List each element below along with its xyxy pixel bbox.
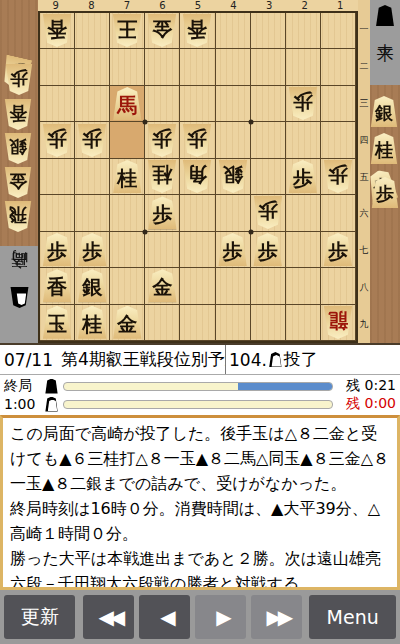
- square-3四: [251, 122, 286, 158]
- gote-piece-歩: 歩: [323, 160, 353, 193]
- square-9九: 玉: [40, 305, 75, 341]
- rank-label-6: 六: [358, 195, 370, 232]
- sente-piece-icon: [376, 5, 395, 26]
- clock-panel: 終局 残 0:21 1:00 残 0:00: [0, 375, 400, 415]
- sente-player-panel: 大平: [370, 0, 400, 85]
- square-5七: [180, 232, 215, 268]
- shogi-app-window: 歩歩香銀金飛 高崎 987654321 香王金香馬歩歩歩歩歩桂桂角銀歩歩歩歩歩歩…: [0, 0, 400, 644]
- nav-last-button[interactable]: ▶▶: [251, 595, 302, 639]
- rank-label-1: 一: [358, 11, 370, 48]
- move-number: 104.: [229, 350, 267, 370]
- file-label-6: 6: [145, 0, 181, 11]
- rank-labels: 一二三四五六七八九: [358, 0, 370, 343]
- gote-hand-飛: 飛: [4, 201, 34, 232]
- square-2七: [286, 232, 321, 268]
- square-1七: 歩: [321, 232, 356, 268]
- sente-piece-金: 金: [147, 269, 177, 302]
- move-text: 投了: [284, 348, 318, 371]
- gote-piece-歩: 歩: [182, 124, 212, 157]
- nav-buttons: ◀◀◀▶▶▶: [83, 595, 302, 639]
- rank-label-9: 九: [358, 306, 370, 343]
- sente-player-name: 大平: [377, 30, 394, 36]
- gote-piece-香: 香: [42, 14, 72, 47]
- file-label-7: 7: [109, 0, 145, 11]
- sente-clock-row: 終局 残 0:21: [4, 377, 396, 395]
- board-grid: 香王金香馬歩歩歩歩歩桂桂角銀歩歩歩歩歩歩歩歩歩香銀金玉桂金龍: [38, 11, 358, 343]
- square-4六: [216, 195, 251, 231]
- gote-remaining-time: 残 0:00: [338, 395, 396, 413]
- rank-label-3: 三: [358, 85, 370, 122]
- square-1九: 龍: [321, 305, 356, 341]
- sente-time-fill: [238, 383, 332, 390]
- star-point: [143, 120, 148, 125]
- commentary-box[interactable]: この局面で高崎が投了した。後手玉は△８二金と受けても▲６三桂打△８一玉▲８二馬△…: [0, 415, 400, 590]
- square-9二: [40, 49, 75, 85]
- square-3五: [251, 159, 286, 195]
- square-5八: [180, 268, 215, 304]
- sente-hand-銀: 銀: [370, 96, 400, 127]
- gote-player-name: 高崎: [11, 277, 28, 283]
- update-button[interactable]: 更新: [4, 595, 75, 639]
- sente-piece-歩: 歩: [77, 233, 107, 266]
- sente-hand-歩-x2: 歩歩: [370, 170, 400, 209]
- board-stage: 歩歩香銀金飛 高崎 987654321 香王金香馬歩歩歩歩歩桂桂角銀歩歩歩歩歩歩…: [0, 0, 400, 345]
- file-label-5: 5: [180, 0, 216, 11]
- square-2五: 歩: [286, 159, 321, 195]
- square-5五: 角: [180, 159, 215, 195]
- file-label-9: 9: [38, 0, 74, 11]
- square-6九: [145, 305, 180, 341]
- rank-label-7: 七: [358, 232, 370, 269]
- gote-clock-row: 1:00 残 0:00: [4, 395, 396, 413]
- gote-piece-角: 角: [182, 160, 212, 193]
- square-5三: [180, 86, 215, 122]
- square-8六: [75, 195, 110, 231]
- star-point: [248, 229, 253, 234]
- file-label-2: 2: [287, 0, 323, 11]
- square-9六: [40, 195, 75, 231]
- sente-piece-歩: 歩: [147, 196, 177, 229]
- gote-captured-tray: 歩歩香銀金飛: [0, 0, 38, 246]
- square-6四: 歩: [145, 122, 180, 158]
- last-move-display: 104. 投了: [226, 348, 400, 371]
- sente-piece-銀: 銀: [77, 269, 107, 302]
- square-6一: 金: [145, 13, 180, 49]
- gote-name-box: 高崎: [10, 277, 29, 313]
- square-3六: 歩: [251, 195, 286, 231]
- square-9八: 香: [40, 268, 75, 304]
- square-6六: 歩: [145, 195, 180, 231]
- sente-piece-歩: 歩: [42, 233, 72, 266]
- square-2一: [286, 13, 321, 49]
- nav-back-button[interactable]: ◀: [139, 595, 190, 639]
- square-2九: [286, 305, 321, 341]
- bottom-toolbar: 更新 ◀◀◀▶▶▶ Menu: [0, 590, 400, 644]
- gote-piece-金: 金: [147, 14, 177, 47]
- square-9七: 歩: [40, 232, 75, 268]
- gote-hand-piece-金: 金: [4, 167, 32, 198]
- event-title: 第4期叡王戦段位別予選: [61, 348, 226, 371]
- file-label-1: 1: [322, 0, 358, 11]
- square-8七: 歩: [75, 232, 110, 268]
- square-9三: [40, 86, 75, 122]
- square-1六: [321, 195, 356, 231]
- square-7八: [110, 268, 145, 304]
- rank-label-4: 四: [358, 122, 370, 159]
- gote-piece-歩: 歩: [288, 87, 318, 120]
- sente-captured-tray: 銀桂歩歩: [370, 85, 400, 343]
- event-info: 07/11 第4期叡王戦段位別予選: [0, 345, 226, 374]
- square-5九: [180, 305, 215, 341]
- square-5二: [180, 49, 215, 85]
- square-5四: 歩: [180, 122, 215, 158]
- square-8九: 桂: [75, 305, 110, 341]
- square-1一: [321, 13, 356, 49]
- gote-move-icon: [269, 352, 282, 367]
- square-8八: 銀: [75, 268, 110, 304]
- square-6七: [145, 232, 180, 268]
- square-3一: [251, 13, 286, 49]
- square-1四: [321, 122, 356, 158]
- gote-hand-piece-銀: 銀: [4, 133, 32, 164]
- nav-first-button[interactable]: ◀◀: [83, 595, 134, 639]
- rank-label-5: 五: [358, 159, 370, 196]
- square-4九: [216, 305, 251, 341]
- square-3三: [251, 86, 286, 122]
- sente-hand-桂: 桂: [370, 133, 400, 164]
- square-1三: [321, 86, 356, 122]
- square-4五: 銀: [216, 159, 251, 195]
- sente-piece-馬: 馬: [112, 87, 142, 120]
- sente-piece-歩: 歩: [253, 233, 283, 266]
- commentary-paragraph: この局面で高崎が投了した。後手玉は△８二金と受けても▲６三桂打△８一玉▲８二馬△…: [10, 421, 390, 496]
- square-4七: 歩: [216, 232, 251, 268]
- sente-piece-香: 香: [42, 269, 72, 302]
- gote-hand-piece-歩: 歩: [5, 64, 33, 95]
- gote-piece-icon: [10, 287, 29, 308]
- sente-name-box: 大平: [376, 0, 395, 36]
- square-3二: [251, 49, 286, 85]
- square-2八: [286, 268, 321, 304]
- gote-piece-歩: 歩: [147, 124, 177, 157]
- square-7六: [110, 195, 145, 231]
- gote-piece-銀: 銀: [218, 160, 248, 193]
- sente-piece-桂: 桂: [77, 306, 107, 339]
- commentary-paragraph: 終局時刻は16時０分。消費時間は、▲大平39分、△高崎１時間０分。: [10, 496, 390, 546]
- square-8五: [75, 159, 110, 195]
- file-label-3: 3: [251, 0, 287, 11]
- square-7五: 桂: [110, 159, 145, 195]
- square-8四: 歩: [75, 122, 110, 158]
- sente-piece-桂: 桂: [112, 160, 142, 193]
- square-7九: 金: [110, 305, 145, 341]
- sente-piece-玉: 玉: [42, 306, 72, 339]
- gote-hand-piece-飛: 飛: [4, 201, 32, 232]
- commentary-paragraph: 勝った大平は本戦進出まであと２勝。次は遠山雄亮六段－千田翔太六段戦の勝者と対戦す…: [10, 546, 390, 590]
- square-8三: [75, 86, 110, 122]
- sente-clock-icon: [45, 379, 58, 394]
- square-2二: [286, 49, 321, 85]
- square-3八: [251, 268, 286, 304]
- file-label-4: 4: [216, 0, 252, 11]
- square-1五: 歩: [321, 159, 356, 195]
- square-5六: [180, 195, 215, 231]
- gote-clock-icon: [45, 397, 58, 412]
- square-6八: 金: [145, 268, 180, 304]
- menu-button[interactable]: Menu: [309, 595, 396, 639]
- sente-side-panel: 大平 銀桂歩歩: [370, 0, 400, 343]
- gote-side-panel: 歩歩香銀金飛 高崎: [0, 0, 38, 343]
- square-4二: [216, 49, 251, 85]
- square-5一: 香: [180, 13, 215, 49]
- gote-hand-歩-x2: 歩歩: [4, 57, 34, 96]
- gote-time-bar: [63, 400, 333, 409]
- square-4四: [216, 122, 251, 158]
- gote-piece-歩: 歩: [253, 196, 283, 229]
- star-point: [143, 229, 148, 234]
- sente-piece-歩: 歩: [218, 233, 248, 266]
- sente-piece-歩: 歩: [288, 160, 318, 193]
- square-6二: [145, 49, 180, 85]
- square-7四: [110, 122, 145, 158]
- sente-piece-金: 金: [112, 306, 142, 339]
- board-column: 987654321 香王金香馬歩歩歩歩歩桂桂角銀歩歩歩歩歩歩歩歩歩香銀金玉桂金龍: [38, 0, 358, 343]
- square-6五: 桂: [145, 159, 180, 195]
- square-4一: [216, 13, 251, 49]
- gote-clock-label: 1:00: [4, 396, 40, 412]
- square-7二: [110, 49, 145, 85]
- game-date: 07/11: [4, 350, 53, 370]
- gote-piece-王: 王: [112, 14, 142, 47]
- square-8一: [75, 13, 110, 49]
- sente-clock-label: 終局: [4, 377, 40, 395]
- square-1八: [321, 268, 356, 304]
- square-8二: [75, 49, 110, 85]
- gote-hand-piece-香: 香: [4, 99, 32, 130]
- square-6三: [145, 86, 180, 122]
- sente-hand-piece-銀: 銀: [370, 96, 398, 127]
- file-labels: 987654321: [38, 0, 358, 11]
- gote-piece-歩: 歩: [77, 124, 107, 157]
- nav-forward-button[interactable]: ▶: [195, 595, 246, 639]
- gote-piece-歩: 歩: [42, 124, 72, 157]
- star-point: [248, 120, 253, 125]
- sente-hand-piece-桂: 桂: [370, 133, 398, 164]
- square-7一: 王: [110, 13, 145, 49]
- square-3九: [251, 305, 286, 341]
- rank-label-2: 二: [358, 48, 370, 85]
- gote-player-panel: 高崎: [0, 246, 38, 343]
- sente-remaining-time: 残 0:21: [338, 377, 396, 395]
- square-7七: [110, 232, 145, 268]
- square-9四: 歩: [40, 122, 75, 158]
- gote-piece-桂: 桂: [147, 160, 177, 193]
- square-2六: [286, 195, 321, 231]
- square-4三: [216, 86, 251, 122]
- gote-piece-龍: 龍: [323, 306, 353, 339]
- square-2三: 歩: [286, 86, 321, 122]
- square-4八: [216, 268, 251, 304]
- square-2四: [286, 122, 321, 158]
- gote-hand-香: 香: [4, 99, 34, 130]
- square-1二: [321, 49, 356, 85]
- file-label-8: 8: [74, 0, 110, 11]
- sente-time-bar: [63, 382, 333, 391]
- square-9一: 香: [40, 13, 75, 49]
- sente-piece-歩: 歩: [323, 233, 353, 266]
- gote-hand-銀: 銀: [4, 133, 34, 164]
- gote-piece-香: 香: [182, 14, 212, 47]
- gote-hand-金: 金: [4, 167, 34, 198]
- rank-label-8: 八: [358, 269, 370, 306]
- square-3七: 歩: [251, 232, 286, 268]
- game-info-bar: 07/11 第4期叡王戦段位別予選 104. 投了: [0, 345, 400, 375]
- square-9五: [40, 159, 75, 195]
- square-7三: 馬: [110, 86, 145, 122]
